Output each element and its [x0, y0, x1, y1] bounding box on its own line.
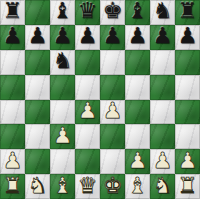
square-f6[interactable]	[125, 50, 150, 75]
piece-black-pawn[interactable]: ♟	[178, 25, 198, 47]
square-d1[interactable]: ♛	[75, 174, 100, 199]
piece-black-rook[interactable]: ♜	[178, 0, 198, 22]
square-a4[interactable]	[0, 100, 25, 125]
square-h7[interactable]: ♟	[175, 25, 200, 50]
square-e8[interactable]: ♚	[100, 0, 125, 25]
piece-white-pawn[interactable]: ♟	[53, 125, 73, 147]
square-h1[interactable]: ♜	[175, 174, 200, 199]
piece-white-pawn[interactable]: ♟	[78, 100, 98, 122]
piece-black-pawn[interactable]: ♟	[128, 25, 148, 47]
square-f1[interactable]: ♝	[125, 174, 150, 199]
square-f3[interactable]	[125, 124, 150, 149]
square-g6[interactable]	[150, 50, 175, 75]
square-g1[interactable]: ♞	[150, 174, 175, 199]
square-c7[interactable]: ♟	[50, 25, 75, 50]
square-a7[interactable]: ♟	[0, 25, 25, 50]
square-e6[interactable]	[100, 50, 125, 75]
square-e1[interactable]: ♚	[100, 174, 125, 199]
piece-white-pawn[interactable]: ♟	[103, 100, 123, 122]
piece-black-pawn[interactable]: ♟	[103, 25, 123, 47]
square-b3[interactable]	[25, 124, 50, 149]
piece-black-pawn[interactable]: ♟	[78, 25, 98, 47]
square-c2[interactable]	[50, 149, 75, 174]
square-g7[interactable]: ♟	[150, 25, 175, 50]
square-e7[interactable]: ♟	[100, 25, 125, 50]
square-b6[interactable]	[25, 50, 50, 75]
piece-black-king[interactable]: ♚	[103, 0, 123, 22]
chess-board: ♜♝♛♚♝♞♜♟♟♟♟♟♟♟♟♞♟♟♟♟♟♟♟♜♞♝♛♚♝♞♜	[0, 0, 200, 199]
square-b4[interactable]	[25, 100, 50, 125]
piece-black-knight[interactable]: ♞	[153, 0, 173, 22]
square-g2[interactable]: ♟	[150, 149, 175, 174]
piece-white-knight[interactable]: ♞	[153, 175, 173, 197]
piece-black-knight[interactable]: ♞	[53, 50, 73, 72]
square-b2[interactable]	[25, 149, 50, 174]
square-h3[interactable]	[175, 124, 200, 149]
square-b8[interactable]	[25, 0, 50, 25]
square-d5[interactable]	[75, 75, 100, 100]
square-g4[interactable]	[150, 100, 175, 125]
square-g3[interactable]	[150, 124, 175, 149]
piece-white-rook[interactable]: ♜	[3, 175, 23, 197]
square-g8[interactable]: ♞	[150, 0, 175, 25]
square-d2[interactable]	[75, 149, 100, 174]
square-f4[interactable]	[125, 100, 150, 125]
square-h5[interactable]	[175, 75, 200, 100]
piece-black-pawn[interactable]: ♟	[28, 25, 48, 47]
piece-white-rook[interactable]: ♜	[178, 175, 198, 197]
piece-black-bishop[interactable]: ♝	[128, 0, 148, 22]
square-c4[interactable]	[50, 100, 75, 125]
piece-black-queen[interactable]: ♛	[78, 0, 98, 22]
piece-black-bishop[interactable]: ♝	[53, 0, 73, 22]
square-e2[interactable]	[100, 149, 125, 174]
square-h4[interactable]	[175, 100, 200, 125]
square-d8[interactable]: ♛	[75, 0, 100, 25]
square-a6[interactable]	[0, 50, 25, 75]
square-e5[interactable]	[100, 75, 125, 100]
piece-white-pawn[interactable]: ♟	[153, 150, 173, 172]
square-b7[interactable]: ♟	[25, 25, 50, 50]
square-c5[interactable]	[50, 75, 75, 100]
piece-black-rook[interactable]: ♜	[3, 0, 23, 22]
piece-white-bishop[interactable]: ♝	[128, 175, 148, 197]
square-h6[interactable]	[175, 50, 200, 75]
piece-white-pawn[interactable]: ♟	[128, 150, 148, 172]
square-e4[interactable]: ♟	[100, 100, 125, 125]
square-c1[interactable]: ♝	[50, 174, 75, 199]
square-a5[interactable]	[0, 75, 25, 100]
square-b1[interactable]: ♞	[25, 174, 50, 199]
square-h8[interactable]: ♜	[175, 0, 200, 25]
square-e3[interactable]	[100, 124, 125, 149]
square-c6[interactable]: ♞	[50, 50, 75, 75]
piece-black-pawn[interactable]: ♟	[153, 25, 173, 47]
square-b5[interactable]	[25, 75, 50, 100]
square-h2[interactable]: ♟	[175, 149, 200, 174]
square-a3[interactable]	[0, 124, 25, 149]
square-a1[interactable]: ♜	[0, 174, 25, 199]
square-d3[interactable]	[75, 124, 100, 149]
square-c8[interactable]: ♝	[50, 0, 75, 25]
square-f5[interactable]	[125, 75, 150, 100]
square-a8[interactable]: ♜	[0, 0, 25, 25]
piece-white-queen[interactable]: ♛	[78, 175, 98, 197]
piece-white-pawn[interactable]: ♟	[3, 150, 23, 172]
piece-black-pawn[interactable]: ♟	[53, 25, 73, 47]
piece-white-knight[interactable]: ♞	[28, 175, 48, 197]
piece-white-king[interactable]: ♚	[103, 175, 123, 197]
piece-white-bishop[interactable]: ♝	[53, 175, 73, 197]
piece-black-pawn[interactable]: ♟	[3, 25, 23, 47]
square-a2[interactable]: ♟	[0, 149, 25, 174]
square-f7[interactable]: ♟	[125, 25, 150, 50]
square-c3[interactable]: ♟	[50, 124, 75, 149]
square-f2[interactable]: ♟	[125, 149, 150, 174]
square-d4[interactable]: ♟	[75, 100, 100, 125]
square-d7[interactable]: ♟	[75, 25, 100, 50]
piece-white-pawn[interactable]: ♟	[178, 150, 198, 172]
square-f8[interactable]: ♝	[125, 0, 150, 25]
square-g5[interactable]	[150, 75, 175, 100]
square-d6[interactable]	[75, 50, 100, 75]
